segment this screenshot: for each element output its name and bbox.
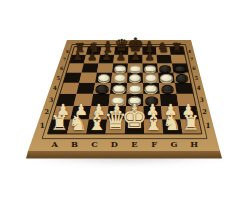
square-d2[interactable] — [107, 106, 126, 119]
rank-label-2-right: 2 — [202, 108, 207, 116]
square-g4[interactable] — [159, 83, 177, 94]
square-b1[interactable] — [67, 119, 89, 134]
file-label-B-top: B — [94, 42, 97, 46]
square-d1[interactable] — [106, 119, 126, 134]
board-front-edge — [26, 151, 222, 159]
square-d3[interactable] — [109, 94, 127, 106]
chess-board: AABBCCDDEEFFGGHH1122334455667788 — [0, 0, 249, 197]
file-label-A-bottom: A — [50, 139, 58, 149]
rank-label-4-left: 4 — [53, 85, 57, 91]
file-label-C-bottom: C — [91, 139, 98, 149]
square-h8[interactable] — [170, 47, 185, 55]
square-g3[interactable] — [160, 94, 179, 106]
square-g7[interactable] — [157, 55, 172, 64]
file-label-B-bottom: B — [71, 139, 78, 149]
square-b3[interactable] — [74, 94, 94, 106]
rank-label-7-left: 7 — [63, 57, 66, 62]
rank-label-3-left: 3 — [49, 96, 53, 103]
square-h3[interactable] — [177, 94, 196, 106]
square-e5[interactable] — [127, 73, 143, 83]
square-f6[interactable] — [143, 63, 159, 72]
rank-label-2-left: 2 — [45, 108, 50, 116]
square-f2[interactable] — [144, 106, 163, 119]
square-d7[interactable] — [113, 55, 128, 64]
square-c4[interactable] — [93, 83, 111, 94]
square-e8[interactable] — [128, 47, 142, 55]
file-label-D-bottom: D — [111, 139, 118, 149]
square-c1[interactable] — [86, 119, 107, 134]
chess-set-photo: AABBCCDDEEFFGGHH1122334455667788 ♜♞♝♛♚♝♞… — [0, 0, 249, 197]
square-h1[interactable] — [180, 119, 202, 134]
square-c3[interactable] — [91, 94, 110, 106]
square-h2[interactable] — [178, 106, 198, 119]
rank-label-1-left: 1 — [40, 121, 45, 130]
square-b8[interactable] — [86, 47, 102, 55]
square-e7[interactable] — [128, 55, 143, 64]
rank-label-4-right: 4 — [197, 85, 201, 91]
square-g6[interactable] — [157, 63, 173, 72]
square-b4[interactable] — [77, 83, 96, 94]
file-label-D-top: D — [121, 42, 124, 46]
square-g2[interactable] — [161, 106, 180, 119]
square-c5[interactable] — [95, 73, 112, 83]
square-g5[interactable] — [158, 73, 175, 83]
square-h6[interactable] — [172, 63, 189, 72]
square-g1[interactable] — [162, 119, 183, 134]
square-c2[interactable] — [89, 106, 109, 119]
square-f3[interactable] — [143, 94, 161, 106]
file-label-A-top: A — [80, 42, 84, 46]
square-c7[interactable] — [99, 55, 115, 64]
file-label-E-bottom: E — [131, 139, 137, 149]
square-e3[interactable] — [126, 94, 144, 106]
file-label-H-bottom: H — [190, 139, 198, 149]
rank-label-3-right: 3 — [199, 96, 203, 103]
square-e1[interactable] — [125, 119, 144, 134]
rank-label-8-left: 8 — [66, 49, 69, 54]
square-e2[interactable] — [125, 106, 143, 119]
square-d8[interactable] — [114, 47, 129, 55]
rank-label-5-right: 5 — [194, 75, 198, 81]
square-c8[interactable] — [100, 47, 115, 55]
file-label-F-bottom: F — [151, 139, 157, 149]
square-b7[interactable] — [84, 55, 100, 64]
file-label-C-top: C — [107, 42, 110, 46]
square-f1[interactable] — [144, 119, 164, 134]
square-f8[interactable] — [142, 47, 156, 55]
square-e6[interactable] — [128, 63, 143, 72]
square-h5[interactable] — [173, 73, 191, 83]
square-b2[interactable] — [70, 106, 91, 119]
square-c6[interactable] — [97, 63, 113, 72]
square-f7[interactable] — [143, 55, 158, 64]
square-h4[interactable] — [175, 83, 193, 94]
square-b5[interactable] — [79, 73, 97, 83]
file-label-G-bottom: G — [171, 139, 178, 149]
rank-label-1-right: 1 — [205, 121, 210, 130]
square-f5[interactable] — [143, 73, 159, 83]
square-f4[interactable] — [143, 83, 160, 94]
square-d4[interactable] — [110, 83, 127, 94]
rank-label-8-right: 8 — [188, 49, 191, 54]
rank-label-7-right: 7 — [190, 57, 193, 62]
square-h7[interactable] — [171, 55, 187, 64]
file-label-G-top: G — [161, 42, 164, 46]
square-g8[interactable] — [156, 47, 171, 55]
square-b6[interactable] — [82, 63, 99, 72]
square-d5[interactable] — [111, 73, 127, 83]
rank-label-5-left: 5 — [57, 75, 61, 81]
square-e4[interactable] — [127, 83, 144, 94]
square-d6[interactable] — [112, 63, 128, 72]
file-label-E-top: E — [134, 42, 137, 46]
